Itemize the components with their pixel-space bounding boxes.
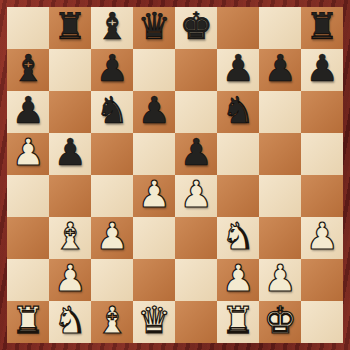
square-c4[interactable] [91,175,133,217]
square-d5[interactable] [133,133,175,175]
piece-white-pawn[interactable]: ♟ [95,216,128,258]
square-a4[interactable] [7,175,49,217]
piece-black-king[interactable]: ♚ [179,6,212,48]
piece-white-bishop[interactable]: ♝ [95,300,128,342]
square-b4[interactable] [49,175,91,217]
square-f5[interactable] [217,133,259,175]
piece-black-pawn[interactable]: ♟ [305,48,338,90]
square-h8[interactable]: ♜ [301,7,343,49]
piece-white-pawn[interactable]: ♟ [179,174,212,216]
square-b7[interactable] [49,49,91,91]
piece-black-pawn[interactable]: ♟ [137,90,170,132]
piece-white-pawn[interactable]: ♟ [263,258,296,300]
square-d7[interactable] [133,49,175,91]
piece-white-pawn[interactable]: ♟ [305,216,338,258]
piece-black-rook[interactable]: ♜ [305,6,338,48]
square-c7[interactable]: ♟ [91,49,133,91]
piece-white-pawn[interactable]: ♟ [53,258,86,300]
piece-white-knight[interactable]: ♞ [53,300,86,342]
square-b2[interactable]: ♟ [49,259,91,301]
square-a7[interactable]: ♝ [7,49,49,91]
square-f8[interactable] [217,7,259,49]
piece-black-queen[interactable]: ♛ [137,6,170,48]
square-h6[interactable] [301,91,343,133]
square-b1[interactable]: ♞ [49,301,91,343]
piece-black-rook[interactable]: ♜ [53,6,86,48]
square-h2[interactable] [301,259,343,301]
square-e2[interactable] [175,259,217,301]
piece-white-rook[interactable]: ♜ [221,300,254,342]
square-b6[interactable] [49,91,91,133]
piece-black-knight[interactable]: ♞ [95,90,128,132]
square-a6[interactable]: ♟ [7,91,49,133]
square-c8[interactable]: ♝ [91,7,133,49]
square-b8[interactable]: ♜ [49,7,91,49]
square-e4[interactable]: ♟ [175,175,217,217]
square-g8[interactable] [259,7,301,49]
square-c2[interactable] [91,259,133,301]
square-h7[interactable]: ♟ [301,49,343,91]
square-a1[interactable]: ♜ [7,301,49,343]
square-g6[interactable] [259,91,301,133]
square-a3[interactable] [7,217,49,259]
piece-white-bishop[interactable]: ♝ [53,216,86,258]
square-f4[interactable] [217,175,259,217]
square-d3[interactable] [133,217,175,259]
square-c3[interactable]: ♟ [91,217,133,259]
piece-white-pawn[interactable]: ♟ [137,174,170,216]
board-frame: ♜♝♛♚♜♝♟♟♟♟♟♞♟♞♟♟♟♟♟♝♟♞♟♟♟♟♜♞♝♛♜♚ [0,0,350,350]
square-d4[interactable]: ♟ [133,175,175,217]
square-d1[interactable]: ♛ [133,301,175,343]
square-e3[interactable] [175,217,217,259]
piece-white-queen[interactable]: ♛ [137,300,170,342]
square-f2[interactable]: ♟ [217,259,259,301]
piece-black-pawn[interactable]: ♟ [95,48,128,90]
square-c5[interactable] [91,133,133,175]
square-e1[interactable] [175,301,217,343]
square-f7[interactable]: ♟ [217,49,259,91]
square-b5[interactable]: ♟ [49,133,91,175]
square-g5[interactable] [259,133,301,175]
square-h4[interactable] [301,175,343,217]
square-d2[interactable] [133,259,175,301]
square-f6[interactable]: ♞ [217,91,259,133]
piece-black-pawn[interactable]: ♟ [53,132,86,174]
square-b3[interactable]: ♝ [49,217,91,259]
piece-black-pawn[interactable]: ♟ [11,90,44,132]
piece-black-knight[interactable]: ♞ [221,90,254,132]
piece-black-pawn[interactable]: ♟ [221,48,254,90]
square-h3[interactable]: ♟ [301,217,343,259]
piece-white-rook[interactable]: ♜ [11,300,44,342]
square-d6[interactable]: ♟ [133,91,175,133]
square-g2[interactable]: ♟ [259,259,301,301]
piece-black-bishop[interactable]: ♝ [95,6,128,48]
square-e6[interactable] [175,91,217,133]
square-a2[interactable] [7,259,49,301]
square-d8[interactable]: ♛ [133,7,175,49]
square-h5[interactable] [301,133,343,175]
square-c1[interactable]: ♝ [91,301,133,343]
square-f1[interactable]: ♜ [217,301,259,343]
piece-white-pawn[interactable]: ♟ [221,258,254,300]
square-g1[interactable]: ♚ [259,301,301,343]
piece-white-knight[interactable]: ♞ [221,216,254,258]
square-f3[interactable]: ♞ [217,217,259,259]
piece-white-pawn[interactable]: ♟ [11,132,44,174]
piece-black-pawn[interactable]: ♟ [179,132,212,174]
piece-black-pawn[interactable]: ♟ [263,48,296,90]
chess-board[interactable]: ♜♝♛♚♜♝♟♟♟♟♟♞♟♞♟♟♟♟♟♝♟♞♟♟♟♟♜♞♝♛♜♚ [7,7,343,343]
square-g4[interactable] [259,175,301,217]
square-e8[interactable]: ♚ [175,7,217,49]
square-a8[interactable] [7,7,49,49]
square-h1[interactable] [301,301,343,343]
square-g3[interactable] [259,217,301,259]
piece-black-bishop[interactable]: ♝ [11,48,44,90]
piece-white-king[interactable]: ♚ [263,300,296,342]
square-e7[interactable] [175,49,217,91]
square-c6[interactable]: ♞ [91,91,133,133]
square-e5[interactable]: ♟ [175,133,217,175]
square-g7[interactable]: ♟ [259,49,301,91]
square-a5[interactable]: ♟ [7,133,49,175]
